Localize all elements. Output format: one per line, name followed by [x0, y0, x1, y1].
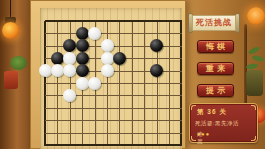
white-stone [63, 64, 76, 77]
corner-ornament-icon [191, 136, 196, 141]
corner-ornament-icon [191, 105, 196, 110]
grid-line [45, 133, 182, 134]
go-board[interactable] [30, 0, 186, 149]
white-stone [76, 77, 89, 90]
black-stone [150, 39, 163, 52]
grid-line [45, 20, 182, 22]
grid-line [45, 33, 182, 34]
black-stone [150, 64, 163, 77]
white-stone [51, 64, 64, 77]
black-stone [76, 27, 89, 40]
corner-ornament-icon [251, 105, 256, 110]
white-stone [63, 89, 76, 102]
grid-line [45, 108, 182, 109]
restart-button[interactable]: 重来 [197, 62, 234, 75]
black-stone [76, 39, 89, 52]
grid-line [45, 144, 182, 146]
difficulty-dots: ●●● [197, 131, 210, 137]
puzzle-title-banner: 死活挑战 [188, 13, 240, 33]
puzzle-info-panel: 第 36 关 死活题:黑先净活 难度 ●●● [189, 103, 258, 143]
white-stone [88, 77, 101, 90]
white-stone [39, 64, 52, 77]
leaf-icon [246, 63, 259, 70]
black-stone [63, 39, 76, 52]
board-grid [30, 0, 186, 149]
corner-ornament-icon [251, 136, 256, 141]
black-stone [51, 52, 64, 65]
white-stone [101, 64, 114, 77]
grid-line [45, 120, 182, 121]
puzzle-description: 死活题:黑先净活 [195, 120, 239, 127]
puzzle-title: 死活挑战 [192, 15, 236, 31]
lantern-glow-icon [247, 7, 265, 25]
plant-icon [10, 56, 27, 70]
black-stone [113, 52, 126, 65]
leaf-icon [252, 55, 265, 63]
undo-button[interactable]: 悔棋 [197, 40, 234, 53]
lantern-icon [2, 22, 19, 39]
figurine-icon [246, 70, 263, 96]
black-stone [76, 52, 89, 65]
black-stone [76, 64, 89, 77]
white-stone [63, 52, 76, 65]
go-puzzle-app: 死活挑战 悔棋 重来 提示 第 36 关 死活题:黑先净活 难度 ●●● [0, 0, 265, 149]
grid-line [45, 83, 182, 84]
hint-button[interactable]: 提示 [197, 84, 234, 97]
level-number: 第 36 关 [197, 108, 227, 117]
white-stone [88, 27, 101, 40]
red-ornament-icon [4, 71, 18, 89]
white-stone [101, 39, 114, 52]
leaf-icon [248, 46, 261, 56]
white-stone [101, 52, 114, 65]
